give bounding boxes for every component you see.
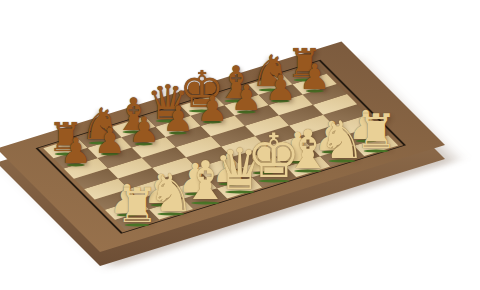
black-pawn-h7: ♟ <box>299 59 331 94</box>
black-pawn-e7: ♟ <box>196 91 228 126</box>
black-pawn-c7: ♟ <box>128 112 160 147</box>
black-pawn-b7: ♟ <box>94 122 126 157</box>
black-pawn-g7: ♟ <box>265 70 297 105</box>
black-pawn-a7: ♟ <box>60 133 92 168</box>
white-rook-h1: ♜ <box>355 108 398 156</box>
photo-canvas: ♜♞♝♛♚♝♞♜♟♟♟♟♟♟♟♟♟♟♟♟♟♟♟♟♜♞♝♛♚♝♞♜ <box>0 0 480 290</box>
black-pawn-d7: ♟ <box>162 101 194 136</box>
black-pawn-f7: ♟ <box>231 80 263 115</box>
